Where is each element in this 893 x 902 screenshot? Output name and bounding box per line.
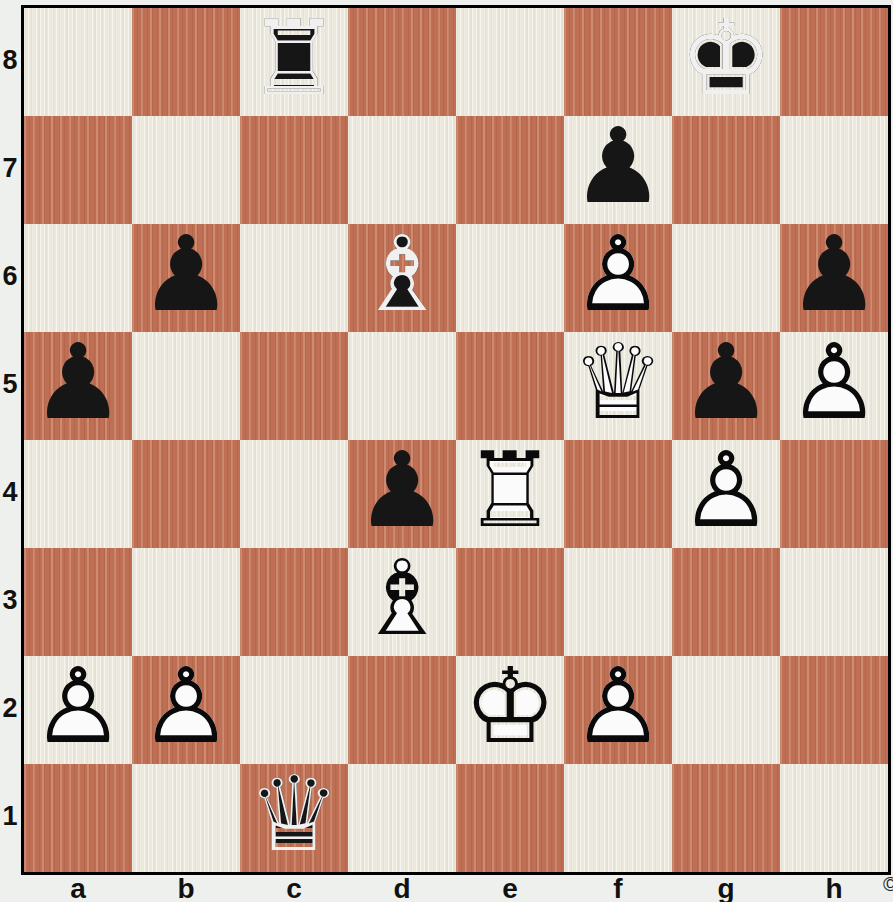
square-b3[interactable]	[132, 548, 240, 656]
square-f1[interactable]	[564, 764, 672, 872]
file-label-c: c	[240, 873, 348, 901]
square-g8[interactable]: ♚♔	[672, 8, 780, 116]
square-d6[interactable]: ♝♗	[348, 224, 456, 332]
square-a2[interactable]: ♟♙	[24, 656, 132, 764]
square-f4[interactable]	[564, 440, 672, 548]
file-label-e: e	[456, 873, 564, 901]
square-g6[interactable]	[672, 224, 780, 332]
square-f7[interactable]: ♟	[564, 116, 672, 224]
square-g4[interactable]: ♟♙	[672, 440, 780, 548]
square-h1[interactable]	[780, 764, 888, 872]
file-label-d: d	[348, 873, 456, 901]
square-f8[interactable]	[564, 8, 672, 116]
square-a5[interactable]: ♟	[24, 332, 132, 440]
rank-label-2: 2	[0, 693, 20, 724]
square-d5[interactable]	[348, 332, 456, 440]
square-c8[interactable]: ♜♖	[240, 8, 348, 116]
rank-label-6: 6	[0, 261, 20, 292]
copyright-mark: ©	[883, 873, 893, 896]
white-pawn-icon[interactable]: ♟♙	[132, 656, 240, 764]
square-e4[interactable]: ♜♖	[456, 440, 564, 548]
rank-label-4: 4	[0, 477, 20, 508]
rank-label-3: 3	[0, 585, 20, 616]
white-pawn-icon[interactable]: ♟♙	[564, 224, 672, 332]
file-label-a: a	[24, 873, 132, 901]
square-h7[interactable]	[780, 116, 888, 224]
black-king-icon[interactable]: ♚♔	[672, 8, 780, 116]
square-b7[interactable]	[132, 116, 240, 224]
square-a6[interactable]	[24, 224, 132, 332]
square-a3[interactable]	[24, 548, 132, 656]
black-pawn-icon[interactable]: ♟	[132, 224, 240, 332]
square-h4[interactable]	[780, 440, 888, 548]
square-g3[interactable]	[672, 548, 780, 656]
white-bishop-icon[interactable]: ♝♗	[348, 548, 456, 656]
square-c6[interactable]	[240, 224, 348, 332]
square-d8[interactable]	[348, 8, 456, 116]
black-pawn-icon[interactable]: ♟	[564, 116, 672, 224]
square-a4[interactable]	[24, 440, 132, 548]
square-c4[interactable]	[240, 440, 348, 548]
white-queen-icon[interactable]: ♛♕	[564, 332, 672, 440]
square-h5[interactable]: ♟♙	[780, 332, 888, 440]
square-g5[interactable]: ♟	[672, 332, 780, 440]
file-label-g: g	[672, 873, 780, 901]
square-g2[interactable]	[672, 656, 780, 764]
black-bishop-icon[interactable]: ♝♗	[348, 224, 456, 332]
black-pawn-icon[interactable]: ♟	[672, 332, 780, 440]
square-e6[interactable]	[456, 224, 564, 332]
white-rook-icon[interactable]: ♜♖	[456, 440, 564, 548]
white-pawn-icon[interactable]: ♟♙	[780, 332, 888, 440]
square-a7[interactable]	[24, 116, 132, 224]
white-pawn-icon[interactable]: ♟♙	[672, 440, 780, 548]
square-e5[interactable]	[456, 332, 564, 440]
square-e2[interactable]: ♚♔	[456, 656, 564, 764]
square-h8[interactable]	[780, 8, 888, 116]
rank-label-5: 5	[0, 369, 20, 400]
square-d1[interactable]	[348, 764, 456, 872]
square-b2[interactable]: ♟♙	[132, 656, 240, 764]
square-c5[interactable]	[240, 332, 348, 440]
square-h3[interactable]	[780, 548, 888, 656]
rank-label-1: 1	[0, 801, 20, 832]
square-e8[interactable]	[456, 8, 564, 116]
square-c3[interactable]	[240, 548, 348, 656]
square-b6[interactable]: ♟	[132, 224, 240, 332]
file-label-b: b	[132, 873, 240, 901]
square-f5[interactable]: ♛♕	[564, 332, 672, 440]
square-c2[interactable]	[240, 656, 348, 764]
square-h6[interactable]: ♟	[780, 224, 888, 332]
square-h2[interactable]	[780, 656, 888, 764]
white-pawn-icon[interactable]: ♟♙	[564, 656, 672, 764]
chess-board: ♜♖♚♔♟♟♝♗♟♙♟♟♛♕♟♟♙♟♜♖♟♙♝♗♟♙♟♙♚♔♟♙♛♕	[21, 5, 891, 875]
file-label-h: h	[780, 873, 888, 901]
rank-label-8: 8	[0, 45, 20, 76]
square-d2[interactable]	[348, 656, 456, 764]
chess-diagram: ♜♖♚♔♟♟♝♗♟♙♟♟♛♕♟♟♙♟♜♖♟♙♝♗♟♙♟♙♚♔♟♙♛♕ 87654…	[0, 0, 893, 902]
black-rook-icon[interactable]: ♜♖	[240, 8, 348, 116]
square-f3[interactable]	[564, 548, 672, 656]
square-a8[interactable]	[24, 8, 132, 116]
square-d3[interactable]: ♝♗	[348, 548, 456, 656]
white-pawn-icon[interactable]: ♟♙	[24, 656, 132, 764]
black-pawn-icon[interactable]: ♟	[24, 332, 132, 440]
square-a1[interactable]	[24, 764, 132, 872]
square-g1[interactable]	[672, 764, 780, 872]
square-c7[interactable]	[240, 116, 348, 224]
square-d4[interactable]: ♟	[348, 440, 456, 548]
square-e1[interactable]	[456, 764, 564, 872]
square-b5[interactable]	[132, 332, 240, 440]
square-f6[interactable]: ♟♙	[564, 224, 672, 332]
square-e7[interactable]	[456, 116, 564, 224]
white-king-icon[interactable]: ♚♔	[456, 656, 564, 764]
rank-label-7: 7	[0, 153, 20, 184]
square-f2[interactable]: ♟♙	[564, 656, 672, 764]
black-queen-icon[interactable]: ♛♕	[240, 764, 348, 872]
black-pawn-icon[interactable]: ♟	[780, 224, 888, 332]
square-b4[interactable]	[132, 440, 240, 548]
square-b8[interactable]	[132, 8, 240, 116]
square-e3[interactable]	[456, 548, 564, 656]
square-b1[interactable]	[132, 764, 240, 872]
square-d7[interactable]	[348, 116, 456, 224]
square-c1[interactable]: ♛♕	[240, 764, 348, 872]
file-label-f: f	[564, 873, 672, 901]
square-g7[interactable]	[672, 116, 780, 224]
black-pawn-icon[interactable]: ♟	[348, 440, 456, 548]
